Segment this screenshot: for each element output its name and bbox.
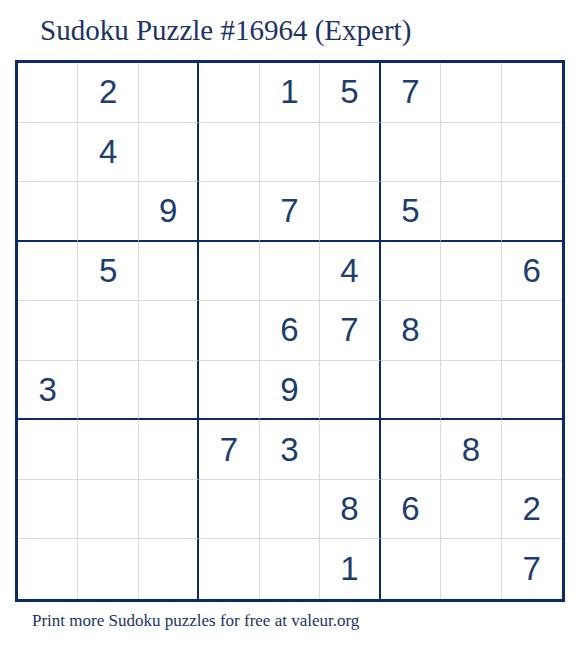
cell-r9c5 [260,539,320,599]
cell-r8c3 [139,480,199,540]
cell-r4c5 [260,242,320,302]
cell-r1c4 [199,63,259,123]
cell-r3c4 [199,182,259,242]
footer-text: Print more Sudoku puzzles for free at va… [32,611,359,631]
cell-r4c3 [139,242,199,302]
cell-r7c7 [381,420,441,480]
cell-r6c3 [139,361,199,421]
cell-r3c7: 5 [381,182,441,242]
cell-r1c1 [18,63,78,123]
cell-r1c7: 7 [381,63,441,123]
cell-r5c7: 8 [381,301,441,361]
cell-r6c9 [502,361,562,421]
cell-r9c2 [78,539,138,599]
cell-r9c7 [381,539,441,599]
cell-r6c8 [441,361,501,421]
cell-r7c3 [139,420,199,480]
cell-r4c8 [441,242,501,302]
cell-r2c1 [18,123,78,183]
cell-r1c5: 1 [260,63,320,123]
cell-r8c1 [18,480,78,540]
cell-r2c4 [199,123,259,183]
cell-r2c8 [441,123,501,183]
cell-r3c6 [320,182,380,242]
cell-r6c1: 3 [18,361,78,421]
cell-r1c2: 2 [78,63,138,123]
cell-r9c9: 7 [502,539,562,599]
cell-r6c2 [78,361,138,421]
cell-r6c4 [199,361,259,421]
cell-r8c4 [199,480,259,540]
sudoku-page: Sudoku Puzzle #16964 (Expert) 2157497554… [0,0,580,651]
cell-r4c6: 4 [320,242,380,302]
cell-r5c2 [78,301,138,361]
cell-r7c1 [18,420,78,480]
cell-r7c2 [78,420,138,480]
cell-r3c2 [78,182,138,242]
cell-r4c1 [18,242,78,302]
cell-r5c6: 7 [320,301,380,361]
cell-r4c2: 5 [78,242,138,302]
cell-r5c9 [502,301,562,361]
cell-r5c8 [441,301,501,361]
cell-r6c5: 9 [260,361,320,421]
cell-r9c8 [441,539,501,599]
cell-r2c6 [320,123,380,183]
cell-r5c1 [18,301,78,361]
cell-r9c3 [139,539,199,599]
cell-r7c9 [502,420,562,480]
cell-r9c4 [199,539,259,599]
cell-r7c6 [320,420,380,480]
cell-r9c6: 1 [320,539,380,599]
cell-r2c7 [381,123,441,183]
cell-r8c9: 2 [502,480,562,540]
cell-r9c1 [18,539,78,599]
cell-r7c4: 7 [199,420,259,480]
cell-r8c2 [78,480,138,540]
cell-r3c8 [441,182,501,242]
cell-r4c4 [199,242,259,302]
sudoku-board: 215749755466783973886217 [15,60,565,602]
cell-r2c5 [260,123,320,183]
cell-r1c3 [139,63,199,123]
cell-r3c5: 7 [260,182,320,242]
cell-r5c3 [139,301,199,361]
cell-r1c6: 5 [320,63,380,123]
cell-r5c4 [199,301,259,361]
cell-r3c1 [18,182,78,242]
cell-r1c9 [502,63,562,123]
cell-r6c7 [381,361,441,421]
cell-r2c2: 4 [78,123,138,183]
cell-r7c8: 8 [441,420,501,480]
cell-r1c8 [441,63,501,123]
cell-r4c7 [381,242,441,302]
cell-r8c5 [260,480,320,540]
cell-r4c9: 6 [502,242,562,302]
cell-r2c3 [139,123,199,183]
cell-r7c5: 3 [260,420,320,480]
page-title: Sudoku Puzzle #16964 (Expert) [40,14,411,47]
cell-r2c9 [502,123,562,183]
cell-r6c6 [320,361,380,421]
cell-r8c8 [441,480,501,540]
cell-r3c9 [502,182,562,242]
cell-r8c7: 6 [381,480,441,540]
cell-r8c6: 8 [320,480,380,540]
cell-r3c3: 9 [139,182,199,242]
cell-r5c5: 6 [260,301,320,361]
